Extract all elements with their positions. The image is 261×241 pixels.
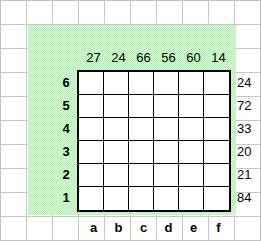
board-cell-a1[interactable] [79,187,104,210]
right-clues-column: 24 72 33 20 21 84 [235,71,261,209]
top-clue-e: 60 [181,50,206,66]
row-label-6: 6 [58,75,74,90]
col-label-c: c [131,220,156,236]
board-cell-a5[interactable] [79,95,104,118]
col-labels-row: a b c d e f [81,220,231,236]
board-cell-d5[interactable] [154,95,179,118]
puzzle-panel: 27 24 66 56 60 14 6 5 4 3 2 1 24 72 33 2… [28,25,236,215]
board-cell-a6[interactable] [79,72,104,95]
board-cell-a2[interactable] [79,164,104,187]
board-cell-f2[interactable] [204,164,229,187]
spreadsheet-background: 27 24 66 56 60 14 6 5 4 3 2 1 24 72 33 2… [0,0,261,241]
top-clue-f: 14 [206,50,231,66]
top-clue-d: 56 [156,50,181,66]
board-cell-b5[interactable] [104,95,129,118]
right-clue-row2: 21 [237,167,261,182]
row-label-2: 2 [58,167,74,182]
right-clue-row1: 84 [237,190,261,205]
board-cell-c4[interactable] [129,118,154,141]
board-cell-e1[interactable] [179,187,204,210]
col-label-d: d [156,220,181,236]
board-cell-e2[interactable] [179,164,204,187]
row-label-4: 4 [58,121,74,136]
board-cell-c2[interactable] [129,164,154,187]
col-label-e: e [181,220,206,236]
board-cell-a3[interactable] [79,141,104,164]
board-cell-c3[interactable] [129,141,154,164]
board-cell-f1[interactable] [204,187,229,210]
board-cell-f4[interactable] [204,118,229,141]
right-clue-row4: 33 [237,121,261,136]
top-clue-a: 27 [81,50,106,66]
right-clue-row5: 72 [237,98,261,113]
row-labels-column: 6 5 4 3 2 1 [58,71,74,209]
board-cell-b2[interactable] [104,164,129,187]
top-clue-c: 66 [131,50,156,66]
top-clues-row: 27 24 66 56 60 14 [81,50,231,66]
board-cell-f6[interactable] [204,72,229,95]
board-cell-c5[interactable] [129,95,154,118]
board-cell-e5[interactable] [179,95,204,118]
top-clue-b: 24 [106,50,131,66]
board-cell-c6[interactable] [129,72,154,95]
puzzle-board [77,70,231,212]
board-cell-d2[interactable] [154,164,179,187]
board-cell-e6[interactable] [179,72,204,95]
board-cell-c1[interactable] [129,187,154,210]
col-label-b: b [106,220,131,236]
row-label-5: 5 [58,98,74,113]
col-label-a: a [81,220,106,236]
right-clue-row3: 20 [237,144,261,159]
board-cell-f5[interactable] [204,95,229,118]
board-cell-f3[interactable] [204,141,229,164]
col-label-f: f [206,220,231,236]
right-clue-row6: 24 [237,75,261,90]
board-cell-b3[interactable] [104,141,129,164]
board-cell-d3[interactable] [154,141,179,164]
row-label-1: 1 [58,190,74,205]
board-cell-b1[interactable] [104,187,129,210]
board-cell-e4[interactable] [179,118,204,141]
board-cell-b6[interactable] [104,72,129,95]
board-cell-b4[interactable] [104,118,129,141]
row-label-3: 3 [58,144,74,159]
board-cell-d6[interactable] [154,72,179,95]
board-cell-a4[interactable] [79,118,104,141]
board-cell-d4[interactable] [154,118,179,141]
board-cell-d1[interactable] [154,187,179,210]
board-cell-e3[interactable] [179,141,204,164]
